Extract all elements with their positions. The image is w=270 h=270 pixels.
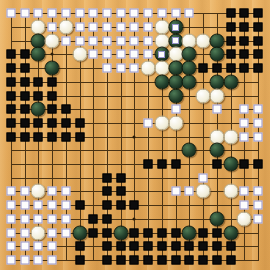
black-territory-marker[interactable] xyxy=(34,77,43,86)
white-territory-marker[interactable] xyxy=(48,187,57,196)
white-territory-marker[interactable] xyxy=(75,36,84,45)
white-stone[interactable] xyxy=(45,33,60,48)
white-territory-marker[interactable] xyxy=(253,201,262,210)
white-territory-marker[interactable] xyxy=(75,9,84,18)
white-territory-marker[interactable] xyxy=(48,23,57,32)
black-territory-marker[interactable] xyxy=(7,118,16,127)
white-stone[interactable] xyxy=(209,88,224,103)
white-territory-marker[interactable] xyxy=(7,242,16,251)
black-stone[interactable] xyxy=(223,225,238,240)
black-territory-marker[interactable] xyxy=(226,242,235,251)
white-territory-marker[interactable] xyxy=(116,36,125,45)
black-stone[interactable] xyxy=(182,225,197,240)
white-territory-marker[interactable] xyxy=(253,105,262,114)
white-territory-marker[interactable] xyxy=(103,23,112,32)
black-territory-marker[interactable] xyxy=(116,242,125,251)
black-territory-marker[interactable] xyxy=(212,228,221,237)
black-territory-marker[interactable] xyxy=(7,64,16,73)
white-territory-marker[interactable] xyxy=(61,187,70,196)
black-territory-marker[interactable] xyxy=(48,105,57,114)
black-territory-marker[interactable] xyxy=(199,242,208,251)
white-territory-marker[interactable] xyxy=(48,201,57,210)
white-territory-marker[interactable] xyxy=(48,255,57,264)
white-territory-marker[interactable] xyxy=(240,201,249,210)
white-territory-marker[interactable] xyxy=(130,50,139,59)
black-territory-marker[interactable] xyxy=(253,36,262,45)
white-territory-marker[interactable] xyxy=(130,36,139,45)
black-territory-marker[interactable] xyxy=(171,160,180,169)
tengen-point xyxy=(133,135,136,138)
black-territory-marker[interactable] xyxy=(240,160,249,169)
grid-line-horizontal xyxy=(11,178,259,179)
black-territory-marker[interactable] xyxy=(130,242,139,251)
white-territory-marker[interactable] xyxy=(157,9,166,18)
black-territory-marker[interactable] xyxy=(212,242,221,251)
black-stone[interactable] xyxy=(182,143,197,158)
white-territory-marker[interactable] xyxy=(7,201,16,210)
white-territory-marker[interactable] xyxy=(48,228,57,237)
white-territory-marker[interactable] xyxy=(144,23,153,32)
black-territory-marker[interactable] xyxy=(253,160,262,169)
white-territory-marker[interactable] xyxy=(20,9,29,18)
white-territory-marker[interactable] xyxy=(130,23,139,32)
white-territory-marker[interactable] xyxy=(89,50,98,59)
black-territory-marker[interactable] xyxy=(116,255,125,264)
black-territory-marker[interactable] xyxy=(226,23,235,32)
black-territory-marker[interactable] xyxy=(253,64,262,73)
black-territory-marker[interactable] xyxy=(89,214,98,223)
white-territory-marker[interactable] xyxy=(34,255,43,264)
white-territory-marker[interactable] xyxy=(89,23,98,32)
white-stone[interactable] xyxy=(223,184,238,199)
black-territory-marker[interactable] xyxy=(7,105,16,114)
white-territory-marker[interactable] xyxy=(240,118,249,127)
white-stone[interactable] xyxy=(31,225,46,240)
white-territory-marker[interactable] xyxy=(20,255,29,264)
black-territory-marker[interactable] xyxy=(61,105,70,114)
black-territory-marker[interactable] xyxy=(116,201,125,210)
black-territory-marker[interactable] xyxy=(199,64,208,73)
white-territory-marker[interactable] xyxy=(61,9,70,18)
white-territory-marker[interactable] xyxy=(7,187,16,196)
black-territory-marker[interactable] xyxy=(20,77,29,86)
black-territory-marker[interactable] xyxy=(240,64,249,73)
black-territory-marker[interactable] xyxy=(130,228,139,237)
black-territory-marker[interactable] xyxy=(48,132,57,141)
white-territory-marker[interactable] xyxy=(116,64,125,73)
black-territory-marker[interactable] xyxy=(89,228,98,237)
white-territory-marker[interactable] xyxy=(212,105,221,114)
go-app-window xyxy=(0,0,270,270)
black-territory-marker[interactable] xyxy=(103,255,112,264)
white-territory-marker[interactable] xyxy=(199,173,208,182)
go-board[interactable] xyxy=(0,0,270,270)
black-territory-marker[interactable] xyxy=(185,242,194,251)
black-territory-marker[interactable] xyxy=(20,118,29,127)
white-territory-marker[interactable] xyxy=(253,187,262,196)
white-territory-marker[interactable] xyxy=(171,105,180,114)
white-territory-marker[interactable] xyxy=(240,132,249,141)
black-territory-marker[interactable] xyxy=(253,50,262,59)
black-territory-marker[interactable] xyxy=(199,228,208,237)
black-territory-marker[interactable] xyxy=(7,91,16,100)
black-stone[interactable] xyxy=(31,47,46,62)
black-territory-marker[interactable] xyxy=(34,132,43,141)
white-territory-marker[interactable] xyxy=(75,23,84,32)
white-territory-marker[interactable] xyxy=(130,9,139,18)
white-territory-marker[interactable] xyxy=(103,9,112,18)
black-territory-marker[interactable] xyxy=(48,91,57,100)
black-territory-marker[interactable] xyxy=(212,255,221,264)
black-territory-marker[interactable] xyxy=(103,228,112,237)
black-territory-marker[interactable] xyxy=(75,201,84,210)
black-territory-marker[interactable] xyxy=(212,160,221,169)
black-stone[interactable] xyxy=(223,74,238,89)
white-territory-marker[interactable] xyxy=(61,36,70,45)
white-territory-marker[interactable] xyxy=(20,214,29,223)
black-territory-marker[interactable] xyxy=(103,214,112,223)
black-territory-marker[interactable] xyxy=(226,64,235,73)
black-territory-marker[interactable] xyxy=(20,105,29,114)
black-territory-marker[interactable] xyxy=(20,91,29,100)
white-territory-marker[interactable] xyxy=(253,118,262,127)
black-territory-marker[interactable] xyxy=(144,228,153,237)
white-territory-marker[interactable] xyxy=(34,201,43,210)
white-territory-marker[interactable] xyxy=(7,255,16,264)
white-territory-marker[interactable] xyxy=(61,201,70,210)
black-territory-marker[interactable] xyxy=(48,118,57,127)
black-stone[interactable] xyxy=(209,211,224,226)
black-stone[interactable] xyxy=(31,102,46,117)
black-territory-marker[interactable] xyxy=(48,77,57,86)
black-territory-marker[interactable] xyxy=(103,242,112,251)
black-territory-marker[interactable] xyxy=(240,50,249,59)
white-territory-marker[interactable] xyxy=(89,36,98,45)
black-stone[interactable] xyxy=(182,74,197,89)
white-territory-marker[interactable] xyxy=(253,132,262,141)
black-stone[interactable] xyxy=(72,225,87,240)
white-territory-marker[interactable] xyxy=(7,214,16,223)
black-territory-marker[interactable] xyxy=(157,160,166,169)
black-territory-marker[interactable] xyxy=(116,187,125,196)
grid-line-vertical xyxy=(203,13,204,261)
white-stone[interactable] xyxy=(168,115,183,130)
white-territory-marker[interactable] xyxy=(61,214,70,223)
black-territory-marker[interactable] xyxy=(7,132,16,141)
white-territory-marker[interactable] xyxy=(7,9,16,18)
black-territory-marker[interactable] xyxy=(240,36,249,45)
white-territory-marker[interactable] xyxy=(116,9,125,18)
white-territory-marker[interactable] xyxy=(20,187,29,196)
white-territory-marker[interactable] xyxy=(48,214,57,223)
white-territory-marker[interactable] xyxy=(171,9,180,18)
black-territory-marker[interactable] xyxy=(199,255,208,264)
white-territory-marker[interactable] xyxy=(240,187,249,196)
black-territory-marker[interactable] xyxy=(7,50,16,59)
white-stone[interactable] xyxy=(237,211,252,226)
black-territory-marker[interactable] xyxy=(116,173,125,182)
white-territory-marker[interactable] xyxy=(103,64,112,73)
white-territory-marker[interactable] xyxy=(240,105,249,114)
white-territory-marker[interactable] xyxy=(144,36,153,45)
white-territory-marker[interactable] xyxy=(144,9,153,18)
dead-stone-square-mark xyxy=(172,37,179,44)
hoshi-point xyxy=(133,217,136,220)
white-territory-marker[interactable] xyxy=(61,228,70,237)
black-territory-marker[interactable] xyxy=(75,242,84,251)
black-territory-marker[interactable] xyxy=(157,228,166,237)
white-territory-marker[interactable] xyxy=(144,118,153,127)
black-territory-marker[interactable] xyxy=(240,9,249,18)
black-territory-marker[interactable] xyxy=(144,255,153,264)
black-territory-marker[interactable] xyxy=(103,173,112,182)
black-territory-marker[interactable] xyxy=(130,201,139,210)
white-territory-marker[interactable] xyxy=(103,50,112,59)
hoshi-point xyxy=(51,53,54,56)
black-territory-marker[interactable] xyxy=(130,255,139,264)
white-territory-marker[interactable] xyxy=(20,201,29,210)
black-stone[interactable] xyxy=(168,88,183,103)
white-stone[interactable] xyxy=(223,129,238,144)
black-territory-marker[interactable] xyxy=(144,242,153,251)
black-stone[interactable] xyxy=(209,143,224,158)
black-territory-marker[interactable] xyxy=(75,118,84,127)
white-territory-marker[interactable] xyxy=(48,9,57,18)
white-territory-marker[interactable] xyxy=(130,64,139,73)
black-territory-marker[interactable] xyxy=(185,255,194,264)
dead-stone-square-mark xyxy=(158,51,165,58)
black-territory-marker[interactable] xyxy=(212,64,221,73)
black-territory-marker[interactable] xyxy=(103,187,112,196)
black-territory-marker[interactable] xyxy=(157,242,166,251)
white-territory-marker[interactable] xyxy=(144,50,153,59)
black-territory-marker[interactable] xyxy=(226,255,235,264)
black-territory-marker[interactable] xyxy=(34,118,43,127)
white-territory-marker[interactable] xyxy=(171,187,180,196)
black-territory-marker[interactable] xyxy=(226,50,235,59)
black-territory-marker[interactable] xyxy=(20,64,29,73)
white-territory-marker[interactable] xyxy=(34,214,43,223)
black-territory-marker[interactable] xyxy=(75,255,84,264)
black-territory-marker[interactable] xyxy=(61,132,70,141)
white-territory-marker[interactable] xyxy=(34,242,43,251)
black-territory-marker[interactable] xyxy=(171,255,180,264)
white-territory-marker[interactable] xyxy=(103,36,112,45)
white-territory-marker[interactable] xyxy=(20,228,29,237)
black-territory-marker[interactable] xyxy=(20,50,29,59)
black-territory-marker[interactable] xyxy=(61,118,70,127)
white-territory-marker[interactable] xyxy=(34,9,43,18)
black-stone[interactable] xyxy=(223,157,238,172)
white-stone[interactable] xyxy=(58,20,73,35)
white-territory-marker[interactable] xyxy=(116,50,125,59)
black-stone[interactable] xyxy=(113,225,128,240)
black-territory-marker[interactable] xyxy=(157,255,166,264)
black-territory-marker[interactable] xyxy=(171,242,180,251)
black-territory-marker[interactable] xyxy=(34,91,43,100)
white-stone[interactable] xyxy=(72,47,87,62)
black-territory-marker[interactable] xyxy=(240,23,249,32)
black-stone[interactable] xyxy=(45,61,60,76)
black-territory-marker[interactable] xyxy=(103,201,112,210)
black-stone[interactable] xyxy=(209,47,224,62)
white-territory-marker[interactable] xyxy=(185,9,194,18)
white-territory-marker[interactable] xyxy=(253,214,262,223)
white-stone[interactable] xyxy=(196,184,211,199)
black-territory-marker[interactable] xyxy=(20,132,29,141)
dead-stone-square-mark xyxy=(172,24,179,31)
white-territory-marker[interactable] xyxy=(89,9,98,18)
white-territory-marker[interactable] xyxy=(48,242,57,251)
black-territory-marker[interactable] xyxy=(226,36,235,45)
black-territory-marker[interactable] xyxy=(7,77,16,86)
black-territory-marker[interactable] xyxy=(144,160,153,169)
black-territory-marker[interactable] xyxy=(226,9,235,18)
grid-line-horizontal xyxy=(11,164,259,165)
white-territory-marker[interactable] xyxy=(185,187,194,196)
black-territory-marker[interactable] xyxy=(171,228,180,237)
white-stone[interactable] xyxy=(31,184,46,199)
white-territory-marker[interactable] xyxy=(7,228,16,237)
black-territory-marker[interactable] xyxy=(253,9,262,18)
black-territory-marker[interactable] xyxy=(253,23,262,32)
white-territory-marker[interactable] xyxy=(116,23,125,32)
black-territory-marker[interactable] xyxy=(75,132,84,141)
white-territory-marker[interactable] xyxy=(20,242,29,251)
